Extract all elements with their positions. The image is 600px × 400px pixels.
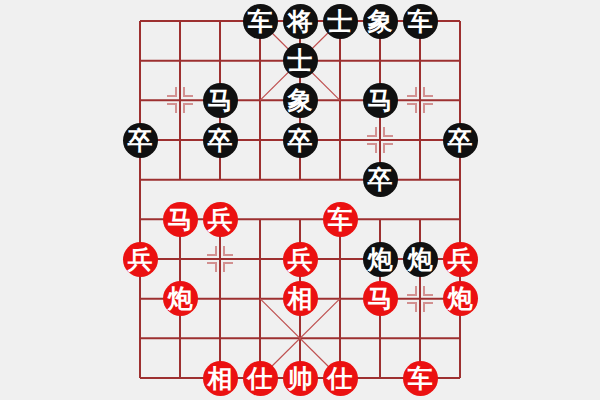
piece-red-soldier[interactable]: 兵	[123, 242, 158, 277]
piece-black-elephant[interactable]: 象	[283, 83, 318, 118]
piece-black-elephant[interactable]: 象	[363, 4, 398, 39]
piece-red-elephant[interactable]: 相	[283, 281, 318, 316]
point-marker-corner	[367, 143, 377, 153]
point-marker-corner	[223, 246, 233, 256]
piece-black-soldier[interactable]: 卒	[123, 123, 158, 158]
piece-red-general[interactable]: 帅	[283, 361, 318, 396]
piece-red-soldier[interactable]: 兵	[283, 242, 318, 277]
piece-black-cannon[interactable]: 炮	[363, 242, 398, 277]
piece-black-chariot[interactable]: 车	[243, 4, 278, 39]
piece-black-soldier[interactable]: 卒	[203, 123, 238, 158]
piece-black-horse[interactable]: 马	[363, 83, 398, 118]
piece-black-soldier[interactable]: 卒	[283, 123, 318, 158]
piece-black-horse[interactable]: 马	[203, 83, 238, 118]
piece-black-advisor[interactable]: 士	[323, 4, 358, 39]
point-marker-corner	[383, 127, 393, 137]
point-marker-corner	[167, 87, 177, 97]
point-marker-corner	[183, 103, 193, 113]
piece-black-soldier[interactable]: 卒	[363, 162, 398, 197]
point-marker-corner	[223, 262, 233, 272]
point-marker-corner	[183, 87, 193, 97]
piece-black-advisor[interactable]: 士	[283, 43, 318, 78]
xiangqi-app: 车将士象车士马象马卒卒卒卒卒炮炮马兵车兵兵兵炮相马炮相仕帅仕车	[0, 0, 600, 400]
piece-red-horse[interactable]: 马	[163, 202, 198, 237]
piece-red-advisor[interactable]: 仕	[243, 361, 278, 396]
point-marker-corner	[207, 262, 217, 272]
point-marker-corner	[423, 103, 433, 113]
piece-red-soldier[interactable]: 兵	[443, 242, 478, 277]
point-marker-corner	[407, 103, 417, 113]
point-marker-corner	[407, 302, 417, 312]
piece-red-cannon[interactable]: 炮	[443, 281, 478, 316]
point-marker-corner	[207, 246, 217, 256]
piece-black-chariot[interactable]: 车	[403, 4, 438, 39]
piece-black-soldier[interactable]: 卒	[443, 123, 478, 158]
point-marker-corner	[423, 286, 433, 296]
piece-red-chariot[interactable]: 车	[323, 202, 358, 237]
piece-red-soldier[interactable]: 兵	[203, 202, 238, 237]
point-marker-corner	[383, 143, 393, 153]
point-marker-corner	[367, 127, 377, 137]
board-grid[interactable]: 车将士象车士马象马卒卒卒卒卒炮炮马兵车兵兵兵炮相马炮相仕帅仕车	[140, 21, 460, 378]
piece-red-chariot[interactable]: 车	[403, 361, 438, 396]
point-marker-corner	[167, 103, 177, 113]
piece-black-general[interactable]: 将	[283, 4, 318, 39]
point-marker-corner	[423, 302, 433, 312]
point-marker-corner	[407, 286, 417, 296]
piece-red-advisor[interactable]: 仕	[323, 361, 358, 396]
point-marker-corner	[423, 87, 433, 97]
piece-black-cannon[interactable]: 炮	[403, 242, 438, 277]
piece-red-elephant[interactable]: 相	[203, 361, 238, 396]
point-marker-corner	[407, 87, 417, 97]
piece-red-horse[interactable]: 马	[363, 281, 398, 316]
piece-red-cannon[interactable]: 炮	[163, 281, 198, 316]
